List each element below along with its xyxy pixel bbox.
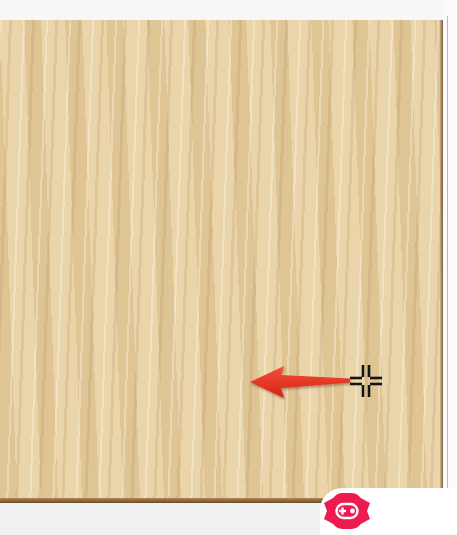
xiangqi-app-window	[0, 0, 457, 535]
board-grid-lines	[0, 0, 457, 535]
move-arrow-annotation	[248, 363, 354, 401]
watermark-gamepad-logo-icon	[323, 489, 371, 533]
window-right-border	[443, 0, 457, 535]
watermark-badge	[320, 488, 457, 535]
precision-cursor-icon	[348, 363, 384, 399]
file-numbers-top	[0, 0, 457, 20]
